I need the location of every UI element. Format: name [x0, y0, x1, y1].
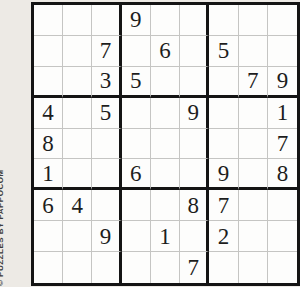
cell-r7c6-given[interactable]: 8 — [180, 190, 209, 221]
cell-r6c9-given[interactable]: 8 — [268, 159, 297, 190]
cell-r1c8-empty[interactable] — [239, 5, 268, 36]
cell-r6c3-empty[interactable] — [92, 159, 121, 190]
cell-r2c6-empty[interactable] — [180, 36, 209, 67]
cell-r2c5-given[interactable]: 6 — [151, 36, 180, 67]
cell-r5c4-empty[interactable] — [122, 129, 151, 160]
sudoku-board: 97653579459187169864879127 — [31, 2, 300, 286]
cell-r6c4-given[interactable]: 6 — [122, 159, 151, 190]
cell-r6c2-empty[interactable] — [63, 159, 92, 190]
cell-r7c3-empty[interactable] — [92, 190, 121, 221]
cell-r8c8-empty[interactable] — [239, 221, 268, 252]
cell-r3c1-empty[interactable] — [34, 67, 63, 98]
cell-r1c3-empty[interactable] — [92, 5, 121, 36]
cell-r3c6-empty[interactable] — [180, 67, 209, 98]
cell-r8c5-given[interactable]: 1 — [151, 221, 180, 252]
cell-r5c2-empty[interactable] — [63, 129, 92, 160]
cell-r2c3-given[interactable]: 7 — [92, 36, 121, 67]
cell-r8c3-given[interactable]: 9 — [92, 221, 121, 252]
cell-r9c3-empty[interactable] — [92, 252, 121, 283]
cell-r5c3-empty[interactable] — [92, 129, 121, 160]
cell-r3c9-given[interactable]: 9 — [268, 67, 297, 98]
cell-r6c6-empty[interactable] — [180, 159, 209, 190]
cell-r5c8-empty[interactable] — [239, 129, 268, 160]
cell-r3c4-given[interactable]: 5 — [122, 67, 151, 98]
cell-r9c6-given[interactable]: 7 — [180, 252, 209, 283]
cell-r5c1-given[interactable]: 8 — [34, 129, 63, 160]
cell-r5c6-empty[interactable] — [180, 129, 209, 160]
cell-r2c1-empty[interactable] — [34, 36, 63, 67]
cell-r7c8-empty[interactable] — [239, 190, 268, 221]
cell-r4c4-empty[interactable] — [122, 98, 151, 129]
cell-r9c2-empty[interactable] — [63, 252, 92, 283]
cell-r9c7-empty[interactable] — [209, 252, 238, 283]
cell-r6c5-empty[interactable] — [151, 159, 180, 190]
cell-r5c7-empty[interactable] — [209, 129, 238, 160]
cell-r9c4-empty[interactable] — [122, 252, 151, 283]
cell-r3c5-empty[interactable] — [151, 67, 180, 98]
cell-r7c5-empty[interactable] — [151, 190, 180, 221]
sudoku-page: © PUZZLES BY PAPPOCOM 976535794591871698… — [0, 0, 300, 287]
cell-r8c1-empty[interactable] — [34, 221, 63, 252]
cell-r3c7-empty[interactable] — [209, 67, 238, 98]
cell-r2c8-empty[interactable] — [239, 36, 268, 67]
cell-r5c5-empty[interactable] — [151, 129, 180, 160]
cell-r8c4-empty[interactable] — [122, 221, 151, 252]
cell-r6c7-given[interactable]: 9 — [209, 159, 238, 190]
cell-r4c7-empty[interactable] — [209, 98, 238, 129]
cell-r1c7-empty[interactable] — [209, 5, 238, 36]
cell-r4c1-given[interactable]: 4 — [34, 98, 63, 129]
cell-r4c9-given[interactable]: 1 — [268, 98, 297, 129]
cell-r8c6-empty[interactable] — [180, 221, 209, 252]
cell-r9c1-empty[interactable] — [34, 252, 63, 283]
cell-r9c9-empty[interactable] — [268, 252, 297, 283]
cell-r4c2-empty[interactable] — [63, 98, 92, 129]
cell-r1c5-empty[interactable] — [151, 5, 180, 36]
cell-r6c8-empty[interactable] — [239, 159, 268, 190]
cell-r4c8-empty[interactable] — [239, 98, 268, 129]
cell-r4c6-given[interactable]: 9 — [180, 98, 209, 129]
cell-r1c6-empty[interactable] — [180, 5, 209, 36]
cell-r3c2-empty[interactable] — [63, 67, 92, 98]
cell-r2c4-empty[interactable] — [122, 36, 151, 67]
cell-r3c3-given[interactable]: 3 — [92, 67, 121, 98]
cell-r2c7-given[interactable]: 5 — [209, 36, 238, 67]
cell-r1c4-given[interactable]: 9 — [122, 5, 151, 36]
cell-r7c4-empty[interactable] — [122, 190, 151, 221]
cell-r1c1-empty[interactable] — [34, 5, 63, 36]
cell-r7c1-given[interactable]: 6 — [34, 190, 63, 221]
cell-r7c2-given[interactable]: 4 — [63, 190, 92, 221]
cell-r2c2-empty[interactable] — [63, 36, 92, 67]
copyright-credit: © PUZZLES BY PAPPOCOM — [0, 169, 5, 286]
cell-r8c2-empty[interactable] — [63, 221, 92, 252]
cell-r4c3-given[interactable]: 5 — [92, 98, 121, 129]
cell-r8c7-given[interactable]: 2 — [209, 221, 238, 252]
cell-r1c2-empty[interactable] — [63, 5, 92, 36]
cell-r8c9-empty[interactable] — [268, 221, 297, 252]
cell-r9c5-empty[interactable] — [151, 252, 180, 283]
cell-r9c8-empty[interactable] — [239, 252, 268, 283]
cell-r7c7-given[interactable]: 7 — [209, 190, 238, 221]
cell-r1c9-empty[interactable] — [268, 5, 297, 36]
cell-r3c8-given[interactable]: 7 — [239, 67, 268, 98]
cell-r7c9-empty[interactable] — [268, 190, 297, 221]
cell-r2c9-empty[interactable] — [268, 36, 297, 67]
cell-r6c1-given[interactable]: 1 — [34, 159, 63, 190]
cell-r5c9-given[interactable]: 7 — [268, 129, 297, 160]
cell-r4c5-empty[interactable] — [151, 98, 180, 129]
